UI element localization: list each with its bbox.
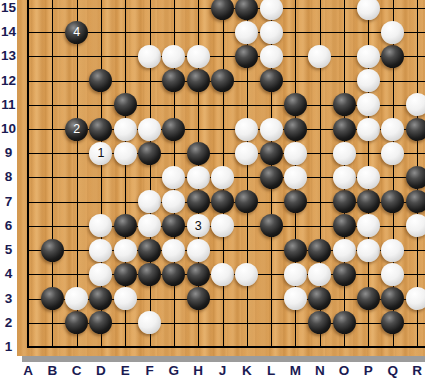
- column-label-B: B: [42, 362, 62, 380]
- row-label-13: 13: [0, 47, 17, 65]
- go-stone-black-q7[interactable]: [381, 190, 404, 213]
- grid-line-horizontal: [28, 346, 425, 348]
- go-stone-white-e3[interactable]: [114, 287, 137, 310]
- column-label-J: J: [213, 362, 233, 380]
- go-stone-white-k9[interactable]: [235, 142, 258, 165]
- go-stone-white-p13[interactable]: [357, 45, 380, 68]
- go-stone-black-o2[interactable]: [333, 311, 356, 334]
- go-stone-black-f5[interactable]: [138, 239, 161, 262]
- go-stone-black-q3[interactable]: [381, 287, 404, 310]
- go-stone-black-m10[interactable]: [284, 118, 307, 141]
- go-stone-black-k15[interactable]: [235, 0, 258, 20]
- row-label-2: 2: [0, 314, 17, 332]
- row-label-4: 4: [0, 265, 17, 283]
- go-stone-black-o4[interactable]: [333, 263, 356, 286]
- column-label-Q: Q: [383, 362, 403, 380]
- go-stone-black-b5[interactable]: [41, 239, 64, 262]
- go-stone-black-m11[interactable]: [284, 93, 307, 116]
- column-label-L: L: [261, 362, 281, 380]
- go-stone-black-g4[interactable]: [162, 263, 185, 286]
- column-label-A: A: [18, 362, 38, 380]
- go-stone-white-l15[interactable]: [260, 0, 283, 20]
- go-stone-white-d6[interactable]: [89, 214, 112, 237]
- go-stone-white-h6[interactable]: 3: [187, 214, 210, 237]
- row-label-10: 10: [0, 120, 17, 138]
- go-stone-white-d4[interactable]: [89, 263, 112, 286]
- go-stone-black-h3[interactable]: [187, 287, 210, 310]
- go-stone-white-j6[interactable]: [211, 214, 234, 237]
- column-label-O: O: [334, 362, 354, 380]
- go-stone-white-k10[interactable]: [235, 118, 258, 141]
- go-stone-black-j12[interactable]: [211, 69, 234, 92]
- go-stone-white-g13[interactable]: [162, 45, 185, 68]
- go-stone-black-g6[interactable]: [162, 214, 185, 237]
- go-stone-white-h8[interactable]: [187, 166, 210, 189]
- go-stone-white-j4[interactable]: [211, 263, 234, 286]
- row-label-7: 7: [0, 193, 17, 211]
- column-label-H: H: [188, 362, 208, 380]
- go-stone-white-p5[interactable]: [357, 239, 380, 262]
- column-label-C: C: [67, 362, 87, 380]
- go-stone-black-r10[interactable]: [406, 118, 425, 141]
- go-stone-white-j8[interactable]: [211, 166, 234, 189]
- row-label-5: 5: [0, 241, 17, 259]
- go-stone-white-h13[interactable]: [187, 45, 210, 68]
- go-stone-white-n13[interactable]: [308, 45, 331, 68]
- go-stone-black-j15[interactable]: [211, 0, 234, 20]
- go-stone-black-e4[interactable]: [114, 263, 137, 286]
- go-stone-white-q10[interactable]: [381, 118, 404, 141]
- go-stone-white-k14[interactable]: [235, 21, 258, 44]
- grid-line-horizontal: [28, 153, 425, 154]
- column-label-E: E: [115, 362, 135, 380]
- go-stone-white-l10[interactable]: [260, 118, 283, 141]
- go-stone-white-g5[interactable]: [162, 239, 185, 262]
- go-stone-black-f4[interactable]: [138, 263, 161, 286]
- go-stone-black-g12[interactable]: [162, 69, 185, 92]
- go-stone-black-d10[interactable]: [89, 118, 112, 141]
- go-stone-black-o7[interactable]: [333, 190, 356, 213]
- go-stone-black-l12[interactable]: [260, 69, 283, 92]
- go-stone-black-p3[interactable]: [357, 287, 380, 310]
- go-stone-white-q5[interactable]: [381, 239, 404, 262]
- go-stone-black-r7[interactable]: [406, 190, 425, 213]
- go-stone-black-e11[interactable]: [114, 93, 137, 116]
- go-stone-white-l14[interactable]: [260, 21, 283, 44]
- move-number-label: 2: [73, 123, 80, 136]
- grid-line-vertical: [27, 0, 29, 348]
- column-label-N: N: [310, 362, 330, 380]
- row-label-6: 6: [0, 217, 17, 235]
- go-stone-white-o5[interactable]: [333, 239, 356, 262]
- move-number-label: 3: [195, 220, 202, 233]
- go-stone-black-q2[interactable]: [381, 311, 404, 334]
- go-stone-black-f9[interactable]: [138, 142, 161, 165]
- go-stone-white-f10[interactable]: [138, 118, 161, 141]
- go-stone-white-p8[interactable]: [357, 166, 380, 189]
- go-stone-black-p7[interactable]: [357, 190, 380, 213]
- move-number-label: 4: [73, 26, 80, 39]
- row-label-15: 15: [0, 0, 17, 17]
- go-stone-black-d2[interactable]: [89, 311, 112, 334]
- go-stone-white-d5[interactable]: [89, 239, 112, 262]
- go-stone-white-m8[interactable]: [284, 166, 307, 189]
- go-board[interactable]: 4213: [17, 0, 425, 356]
- go-stone-white-d9[interactable]: 1: [89, 142, 112, 165]
- row-label-12: 12: [0, 72, 17, 90]
- go-stone-white-p15[interactable]: [357, 0, 380, 20]
- go-stone-white-p10[interactable]: [357, 118, 380, 141]
- go-stone-white-g7[interactable]: [162, 190, 185, 213]
- go-stone-black-c14[interactable]: 4: [65, 21, 88, 44]
- go-stone-black-e6[interactable]: [114, 214, 137, 237]
- move-number-label: 1: [97, 147, 104, 160]
- go-stone-black-j7[interactable]: [211, 190, 234, 213]
- go-stone-white-o8[interactable]: [333, 166, 356, 189]
- go-stone-black-h12[interactable]: [187, 69, 210, 92]
- go-stone-white-h5[interactable]: [187, 239, 210, 262]
- go-stone-white-r3[interactable]: [406, 287, 425, 310]
- row-label-3: 3: [0, 290, 17, 308]
- go-stone-white-m4[interactable]: [284, 263, 307, 286]
- go-stone-black-l9[interactable]: [260, 142, 283, 165]
- go-stone-white-r6[interactable]: [406, 214, 425, 237]
- go-stone-black-l6[interactable]: [260, 214, 283, 237]
- go-stone-black-b3[interactable]: [41, 287, 64, 310]
- go-stone-white-p6[interactable]: [357, 214, 380, 237]
- go-stone-white-l13[interactable]: [260, 45, 283, 68]
- column-label-M: M: [285, 362, 305, 380]
- row-label-11: 11: [0, 96, 17, 114]
- go-stone-white-q4[interactable]: [381, 263, 404, 286]
- go-stone-white-k4[interactable]: [235, 263, 258, 286]
- go-stone-black-m7[interactable]: [284, 190, 307, 213]
- go-stone-black-q13[interactable]: [381, 45, 404, 68]
- go-stone-white-r11[interactable]: [406, 93, 425, 116]
- go-stone-white-g8[interactable]: [162, 166, 185, 189]
- go-stone-black-n3[interactable]: [308, 287, 331, 310]
- column-label-D: D: [91, 362, 111, 380]
- go-stone-black-n5[interactable]: [308, 239, 331, 262]
- go-stone-black-c10[interactable]: 2: [65, 118, 88, 141]
- go-stone-white-e5[interactable]: [114, 239, 137, 262]
- go-stone-black-m5[interactable]: [284, 239, 307, 262]
- column-label-G: G: [164, 362, 184, 380]
- go-stone-black-n2[interactable]: [308, 311, 331, 334]
- go-stone-white-o9[interactable]: [333, 142, 356, 165]
- go-stone-black-g10[interactable]: [162, 118, 185, 141]
- go-stone-black-h7[interactable]: [187, 190, 210, 213]
- go-stone-white-c3[interactable]: [65, 287, 88, 310]
- go-stone-white-f7[interactable]: [138, 190, 161, 213]
- go-stone-black-d12[interactable]: [89, 69, 112, 92]
- go-stone-black-k13[interactable]: [235, 45, 258, 68]
- row-label-9: 9: [0, 144, 17, 162]
- go-stone-black-o10[interactable]: [333, 118, 356, 141]
- go-stone-black-h9[interactable]: [187, 142, 210, 165]
- go-stone-white-f2[interactable]: [138, 311, 161, 334]
- go-stone-black-o11[interactable]: [333, 93, 356, 116]
- go-stone-white-e10[interactable]: [114, 118, 137, 141]
- go-stone-black-r8[interactable]: [406, 166, 425, 189]
- go-stone-black-o6[interactable]: [333, 214, 356, 237]
- go-stone-black-d3[interactable]: [89, 287, 112, 310]
- go-stone-black-k7[interactable]: [235, 190, 258, 213]
- row-label-14: 14: [0, 23, 17, 41]
- go-board-viewport: 4213 151413121110987654321 ABCDEFGHJKLMN…: [0, 0, 425, 380]
- column-label-K: K: [237, 362, 257, 380]
- go-stone-white-p12[interactable]: [357, 69, 380, 92]
- go-stone-white-m3[interactable]: [284, 287, 307, 310]
- row-label-1: 1: [0, 338, 17, 356]
- go-stone-black-c2[interactable]: [65, 311, 88, 334]
- go-stone-white-n4[interactable]: [308, 263, 331, 286]
- column-label-R: R: [407, 362, 425, 380]
- go-stone-white-f13[interactable]: [138, 45, 161, 68]
- go-stone-white-e9[interactable]: [114, 142, 137, 165]
- go-stone-white-m9[interactable]: [284, 142, 307, 165]
- go-stone-white-q14[interactable]: [381, 21, 404, 44]
- go-stone-white-q9[interactable]: [381, 142, 404, 165]
- go-stone-white-p11[interactable]: [357, 93, 380, 116]
- go-stone-black-h4[interactable]: [187, 263, 210, 286]
- go-stone-white-f6[interactable]: [138, 214, 161, 237]
- column-label-P: P: [358, 362, 378, 380]
- column-label-F: F: [140, 362, 160, 380]
- go-stone-black-l8[interactable]: [260, 166, 283, 189]
- row-label-8: 8: [0, 168, 17, 186]
